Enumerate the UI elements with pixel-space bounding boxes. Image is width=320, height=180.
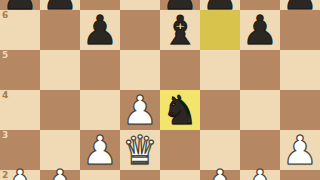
square-h6[interactable] <box>280 10 320 50</box>
square-c5[interactable] <box>80 50 120 90</box>
square-f7[interactable]: ♟ <box>200 0 240 10</box>
square-d2[interactable] <box>120 170 160 180</box>
piece-white-pawn-h3[interactable]: ♟ <box>280 130 320 170</box>
rank-label-4: 4 <box>2 91 8 100</box>
rank-label-6: 6 <box>2 11 8 20</box>
square-c3[interactable]: ♟ <box>80 130 120 170</box>
square-a6[interactable]: 6 <box>0 10 40 50</box>
square-h7[interactable]: ♟ <box>280 0 320 10</box>
piece-white-pawn-g2[interactable]: ♟ <box>240 164 280 180</box>
square-f4[interactable] <box>200 90 240 130</box>
square-d5[interactable] <box>120 50 160 90</box>
rank-label-3: 3 <box>2 131 8 140</box>
square-d7[interactable] <box>120 0 160 10</box>
piece-white-queen-d3[interactable]: ♛ <box>120 130 160 170</box>
square-c4[interactable] <box>80 90 120 130</box>
square-d6[interactable] <box>120 10 160 50</box>
square-h2[interactable] <box>280 170 320 180</box>
square-h3[interactable]: ♟ <box>280 130 320 170</box>
chess-board: ♟♟♟♟♟6♟♝♟54♟♞3♟♛♟2♟♟♟♟ <box>0 0 320 180</box>
piece-white-pawn-c3[interactable]: ♟ <box>80 130 120 170</box>
square-a7[interactable]: ♟ <box>0 0 40 10</box>
square-e6[interactable]: ♝ <box>160 10 200 50</box>
square-h5[interactable] <box>280 50 320 90</box>
square-f6[interactable] <box>200 10 240 50</box>
square-c2[interactable] <box>80 170 120 180</box>
piece-black-pawn-g6[interactable]: ♟ <box>240 10 280 50</box>
square-e3[interactable] <box>160 130 200 170</box>
square-a5[interactable]: 5 <box>0 50 40 90</box>
piece-white-pawn-d4[interactable]: ♟ <box>120 90 160 130</box>
piece-black-pawn-c6[interactable]: ♟ <box>80 10 120 50</box>
piece-black-knight-e4[interactable]: ♞ <box>160 90 200 130</box>
rank-label-5: 5 <box>2 51 8 60</box>
square-h4[interactable] <box>280 90 320 130</box>
square-b6[interactable] <box>40 10 80 50</box>
square-g2[interactable]: ♟ <box>240 170 280 180</box>
square-e2[interactable] <box>160 170 200 180</box>
square-b5[interactable] <box>40 50 80 90</box>
square-b4[interactable] <box>40 90 80 130</box>
piece-white-pawn-a2[interactable]: ♟ <box>0 164 40 180</box>
square-d3[interactable]: ♛ <box>120 130 160 170</box>
square-g4[interactable] <box>240 90 280 130</box>
square-b7[interactable]: ♟ <box>40 0 80 10</box>
piece-black-bishop-e6[interactable]: ♝ <box>160 10 200 50</box>
square-e4[interactable]: ♞ <box>160 90 200 130</box>
piece-white-pawn-f2[interactable]: ♟ <box>200 164 240 180</box>
square-d4[interactable]: ♟ <box>120 90 160 130</box>
square-a2[interactable]: 2♟ <box>0 170 40 180</box>
square-b2[interactable]: ♟ <box>40 170 80 180</box>
board-viewport: ♟♟♟♟♟6♟♝♟54♟♞3♟♛♟2♟♟♟♟ <box>0 0 320 180</box>
square-g6[interactable]: ♟ <box>240 10 280 50</box>
square-e5[interactable] <box>160 50 200 90</box>
square-f5[interactable] <box>200 50 240 90</box>
square-a4[interactable]: 4 <box>0 90 40 130</box>
piece-white-pawn-b2[interactable]: ♟ <box>40 164 80 180</box>
square-f2[interactable]: ♟ <box>200 170 240 180</box>
square-c6[interactable]: ♟ <box>80 10 120 50</box>
square-g5[interactable] <box>240 50 280 90</box>
